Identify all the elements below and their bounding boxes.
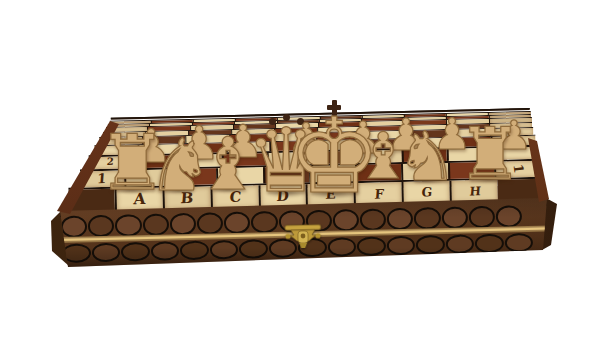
piece-king-e1: ♚ <box>287 104 380 208</box>
piece-rook-h1: ♜ <box>458 118 523 190</box>
pieces-layer: ♜♞♝♛♚♝♞♜♟♟♟♟♟♟♟♟ <box>0 0 600 360</box>
piece-knight-b1: ♞ <box>148 129 213 201</box>
chess-set-photo: ABCDEFGH112 ♜♞♝♛♚♝♞♜♟♟♟♟♟♟♟♟ <box>0 0 600 360</box>
piece-knight-g1: ♞ <box>397 123 458 191</box>
